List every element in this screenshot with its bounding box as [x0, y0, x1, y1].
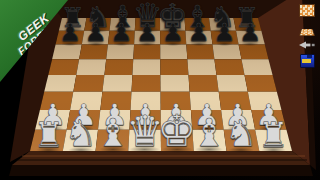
- piece-white-rook-h1[interactable]: ♜: [239, 118, 308, 153]
- save-icon-label: [302, 59, 311, 63]
- toolbar: [298, 4, 316, 68]
- pieces-layer: ♜♞♝♛♚♝♞♜♟♟♟♟♟♟♟♟♟♟♟♟♟♟♟♟♜♞♝♛♚♝♞♜: [0, 0, 320, 180]
- board-3d-icon-face: [299, 29, 315, 36]
- piece-black-pawn-h7[interactable]: ♟: [226, 21, 275, 46]
- undo-icon[interactable]: [299, 41, 315, 49]
- board-2d-icon[interactable]: [299, 4, 315, 17]
- game-screen: ♜♞♝♛♚♝♞♜♟♟♟♟♟♟♟♟♟♟♟♟♟♟♟♟♜♞♝♛♚♝♞♜ GEEK FO…: [0, 0, 320, 180]
- save-icon-shutter: [307, 55, 312, 58]
- board-3d-icon[interactable]: [298, 22, 316, 35]
- save-icon[interactable]: [300, 54, 315, 68]
